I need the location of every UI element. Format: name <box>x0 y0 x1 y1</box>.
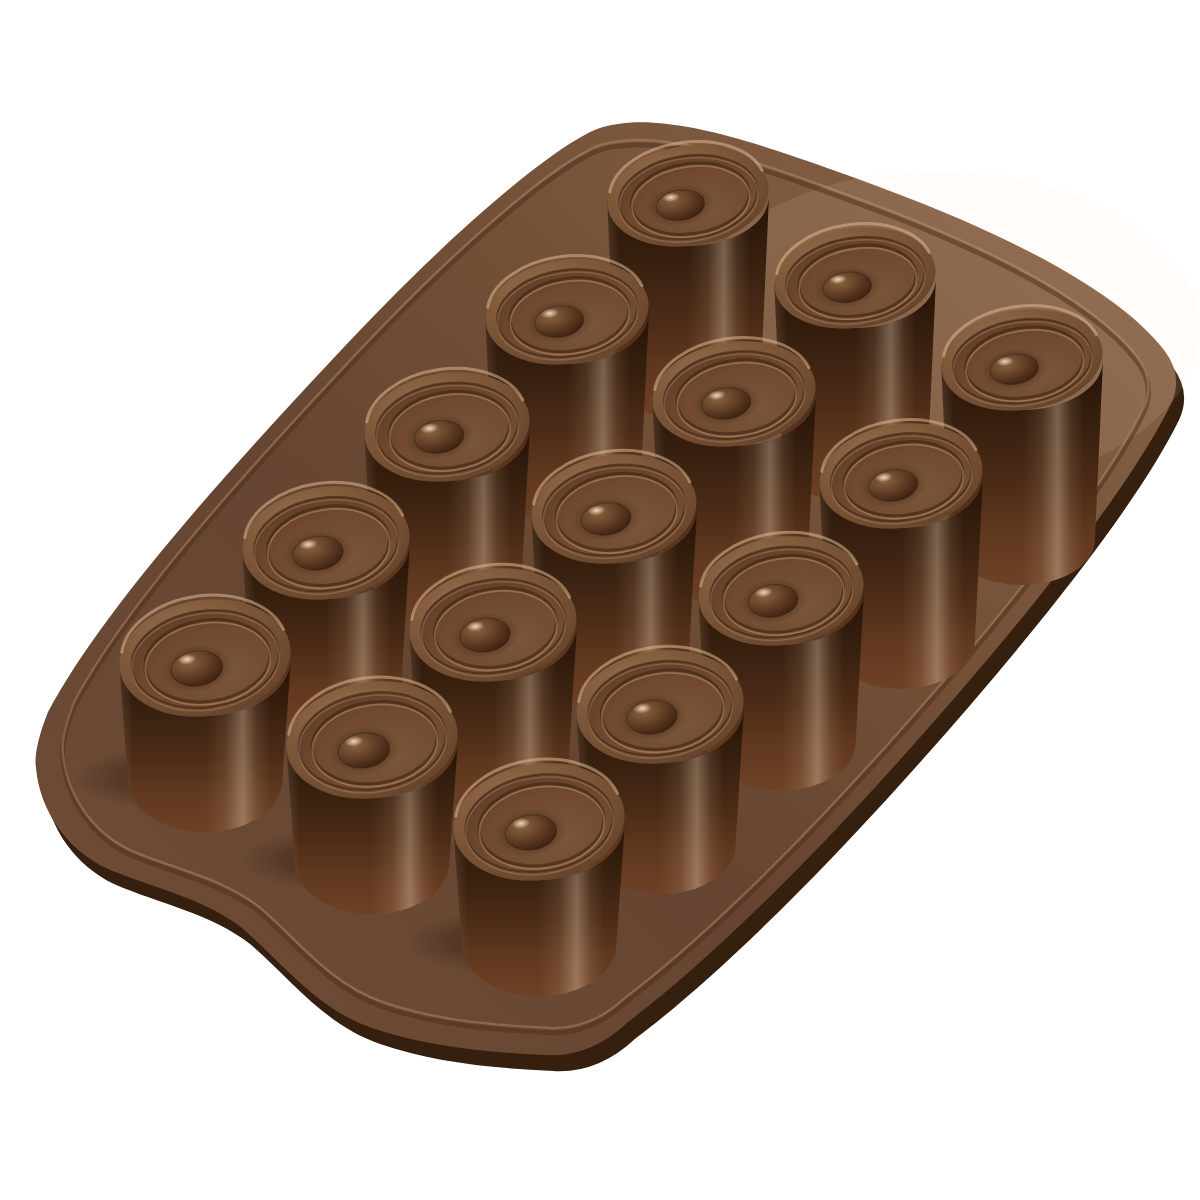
product-photo: Brown silicone chocolate mould with fift… <box>0 0 1200 1200</box>
chocolate-mold-scene <box>0 0 1200 1200</box>
